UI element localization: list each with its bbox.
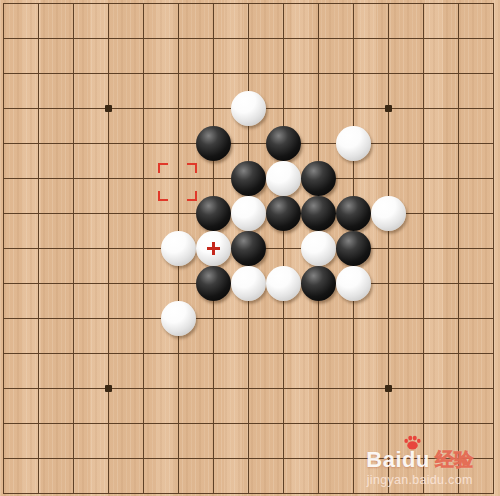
baidu-logo: Bai du 经验 xyxy=(366,444,473,471)
stone-black[interactable] xyxy=(301,266,336,301)
board-intersections[interactable] xyxy=(0,0,500,496)
stone-black[interactable] xyxy=(196,126,231,161)
stone-white[interactable] xyxy=(161,231,196,266)
stone-white[interactable] xyxy=(231,91,266,126)
highlighted-intersection-brackets xyxy=(158,163,197,201)
star-point xyxy=(385,385,392,392)
jingyan-url: jingyan.baidu.com xyxy=(366,473,473,487)
star-point xyxy=(105,105,112,112)
stone-white[interactable] xyxy=(371,196,406,231)
stone-black[interactable] xyxy=(266,126,301,161)
stone-black[interactable] xyxy=(336,196,371,231)
stone-black[interactable] xyxy=(231,161,266,196)
stone-black[interactable] xyxy=(196,266,231,301)
stone-black[interactable] xyxy=(301,161,336,196)
star-point xyxy=(385,105,392,112)
stone-white[interactable] xyxy=(231,266,266,301)
stone-white[interactable] xyxy=(336,126,371,161)
stone-black[interactable] xyxy=(231,231,266,266)
stone-white[interactable] xyxy=(231,196,266,231)
paw-icon xyxy=(403,433,422,451)
stone-white[interactable] xyxy=(301,231,336,266)
stone-black[interactable] xyxy=(336,231,371,266)
star-point xyxy=(105,385,112,392)
stone-white[interactable] xyxy=(336,266,371,301)
gomoku-board: Bai du 经验 jingyan.baid xyxy=(0,0,500,496)
stone-black[interactable] xyxy=(301,196,336,231)
baidu-watermark: Bai du 经验 jingyan.baid xyxy=(366,444,473,487)
stone-white[interactable] xyxy=(161,301,196,336)
baidu-jingyan-label: 经验 xyxy=(435,450,473,471)
last-move-crosshair-marker xyxy=(207,242,220,255)
baidu-logo-text-bai: Bai xyxy=(366,449,402,471)
stone-white[interactable] xyxy=(266,266,301,301)
stone-black[interactable] xyxy=(266,196,301,231)
stone-black[interactable] xyxy=(196,196,231,231)
stone-white[interactable] xyxy=(266,161,301,196)
